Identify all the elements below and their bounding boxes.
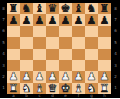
piece-white-pawn[interactable]: ♟: [48, 71, 58, 82]
square-e7[interactable]: ♟: [59, 14, 72, 25]
square-f6[interactable]: [72, 26, 85, 37]
square-c5[interactable]: [33, 37, 46, 48]
piece-black-knight[interactable]: ♞: [22, 3, 32, 14]
square-b2[interactable]: ♟: [20, 71, 33, 82]
piece-white-pawn[interactable]: ♟: [61, 71, 71, 82]
square-f3[interactable]: [72, 60, 85, 71]
square-f7[interactable]: ♟: [72, 14, 85, 25]
square-e4[interactable]: [59, 49, 72, 60]
square-c6[interactable]: [33, 26, 46, 37]
piece-black-pawn[interactable]: ♟: [61, 15, 71, 26]
square-h2[interactable]: ♟: [98, 71, 111, 82]
square-e3[interactable]: [59, 60, 72, 71]
file-label-b: b: [20, 94, 33, 99]
square-h4[interactable]: [98, 49, 111, 60]
square-a5[interactable]: [7, 37, 20, 48]
square-d8[interactable]: ♛: [46, 3, 59, 14]
piece-black-pawn[interactable]: ♟: [74, 15, 84, 26]
square-c7[interactable]: ♟: [33, 14, 46, 25]
file-label-d: d: [46, 94, 59, 99]
square-g8[interactable]: ♞: [85, 3, 98, 14]
rank-label-5-left: 5: [0, 37, 7, 48]
square-d2[interactable]: ♟: [46, 71, 59, 82]
square-g7[interactable]: ♟: [85, 14, 98, 25]
file-label-f: f: [72, 94, 85, 99]
rank-labels-right: 87654321: [111, 3, 120, 94]
square-b6[interactable]: [20, 26, 33, 37]
rank-label-8-right: 8: [111, 3, 120, 14]
square-a6[interactable]: [7, 26, 20, 37]
square-a2[interactable]: ♟: [7, 71, 20, 82]
piece-white-pawn[interactable]: ♟: [9, 71, 19, 82]
chess-board-frame: 87654321 ♜♞♝♛♚♝♞♜♟♟♟♟♟♟♟♟♟♟♟♟♟♟♟♟♜♞♝♛♚♝♞…: [0, 0, 120, 98]
file-label-a: a: [7, 94, 20, 99]
square-f4[interactable]: [72, 49, 85, 60]
square-h6[interactable]: [98, 26, 111, 37]
square-f2[interactable]: ♟: [72, 71, 85, 82]
square-f5[interactable]: [72, 37, 85, 48]
square-d6[interactable]: [46, 26, 59, 37]
square-d5[interactable]: [46, 37, 59, 48]
square-h8[interactable]: ♜: [98, 3, 111, 14]
square-e6[interactable]: [59, 26, 72, 37]
square-b7[interactable]: ♟: [20, 14, 33, 25]
square-h7[interactable]: ♟: [98, 14, 111, 25]
square-g6[interactable]: [85, 26, 98, 37]
rank-label-6-left: 6: [0, 26, 7, 37]
piece-black-queen[interactable]: ♛: [48, 3, 58, 14]
file-label-g: g: [85, 94, 98, 99]
piece-white-pawn[interactable]: ♟: [100, 71, 110, 82]
piece-white-pawn[interactable]: ♟: [35, 71, 45, 82]
piece-black-pawn[interactable]: ♟: [9, 15, 19, 26]
rank-label-7-left: 7: [0, 14, 7, 25]
square-a4[interactable]: [7, 49, 20, 60]
piece-black-pawn[interactable]: ♟: [22, 15, 32, 26]
rank-label-7-right: 7: [111, 14, 120, 25]
square-c2[interactable]: ♟: [33, 71, 46, 82]
square-g5[interactable]: [85, 37, 98, 48]
rank-label-3-right: 3: [111, 60, 120, 71]
piece-black-knight[interactable]: ♞: [87, 3, 97, 14]
square-d7[interactable]: ♟: [46, 14, 59, 25]
chess-board[interactable]: ♜♞♝♛♚♝♞♜♟♟♟♟♟♟♟♟♟♟♟♟♟♟♟♟♜♞♝♛♚♝♞♜: [7, 3, 111, 94]
rank-label-1-right: 1: [111, 83, 120, 94]
rank-label-2-right: 2: [111, 71, 120, 82]
piece-white-pawn[interactable]: ♟: [87, 71, 97, 82]
file-label-h: h: [98, 94, 111, 99]
piece-black-rook[interactable]: ♜: [100, 3, 110, 14]
square-a3[interactable]: [7, 60, 20, 71]
piece-white-pawn[interactable]: ♟: [22, 71, 32, 82]
square-d4[interactable]: [46, 49, 59, 60]
square-c3[interactable]: [33, 60, 46, 71]
square-a8[interactable]: ♜: [7, 3, 20, 14]
piece-black-king[interactable]: ♚: [61, 3, 71, 14]
square-e8[interactable]: ♚: [59, 3, 72, 14]
rank-label-4-left: 4: [0, 49, 7, 60]
piece-black-pawn[interactable]: ♟: [87, 15, 97, 26]
rank-label-4-right: 4: [111, 49, 120, 60]
square-c8[interactable]: ♝: [33, 3, 46, 14]
piece-white-pawn[interactable]: ♟: [74, 71, 84, 82]
square-e5[interactable]: [59, 37, 72, 48]
square-f8[interactable]: ♝: [72, 3, 85, 14]
piece-black-pawn[interactable]: ♟: [48, 15, 58, 26]
rank-label-5-right: 5: [111, 37, 120, 48]
square-c4[interactable]: [33, 49, 46, 60]
square-h5[interactable]: [98, 37, 111, 48]
square-b5[interactable]: [20, 37, 33, 48]
square-d3[interactable]: [46, 60, 59, 71]
square-b4[interactable]: [20, 49, 33, 60]
piece-black-pawn[interactable]: ♟: [100, 15, 110, 26]
square-g2[interactable]: ♟: [85, 71, 98, 82]
file-labels-bottom: abcdefgh: [7, 94, 111, 99]
square-h3[interactable]: [98, 60, 111, 71]
square-g3[interactable]: [85, 60, 98, 71]
square-g4[interactable]: [85, 49, 98, 60]
square-b8[interactable]: ♞: [20, 3, 33, 14]
piece-black-bishop[interactable]: ♝: [35, 3, 45, 14]
rank-label-8-left: 8: [0, 3, 7, 14]
file-label-c: c: [33, 94, 46, 99]
piece-black-pawn[interactable]: ♟: [35, 15, 45, 26]
square-e2[interactable]: ♟: [59, 71, 72, 82]
rank-label-6-right: 6: [111, 26, 120, 37]
square-a7[interactable]: ♟: [7, 14, 20, 25]
file-label-e: e: [59, 94, 72, 99]
rank-label-3-left: 3: [0, 60, 7, 71]
piece-black-rook[interactable]: ♜: [9, 3, 19, 14]
square-b3[interactable]: [20, 60, 33, 71]
rank-label-1-left: 1: [0, 83, 7, 94]
piece-black-bishop[interactable]: ♝: [74, 3, 84, 14]
rank-label-2-left: 2: [0, 71, 7, 82]
rank-labels-left: 87654321: [0, 3, 7, 94]
